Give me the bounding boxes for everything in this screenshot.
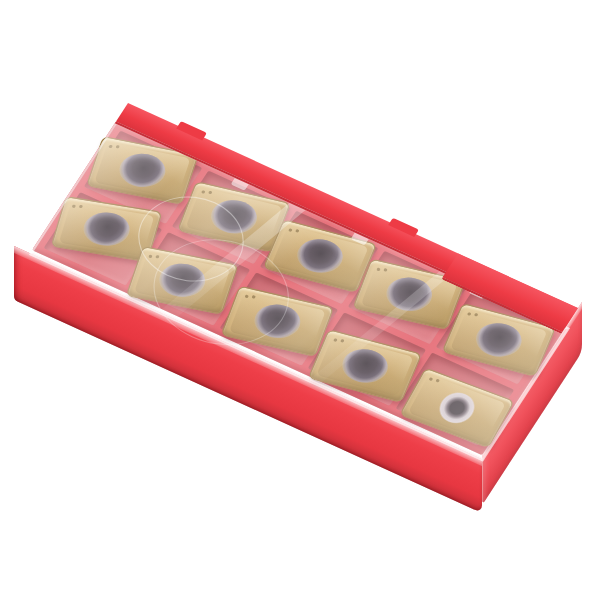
- milling-insert: [221, 285, 335, 357]
- product-photo: [0, 0, 600, 600]
